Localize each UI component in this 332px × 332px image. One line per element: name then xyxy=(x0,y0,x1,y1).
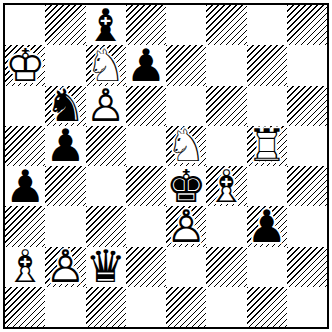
white-bishop-icon: ♝ xyxy=(206,166,246,206)
white-bishop-icon: ♝ xyxy=(5,247,45,287)
white-pawn-outline-icon: ♙ xyxy=(45,247,85,287)
black-pawn-icon: ♟ xyxy=(45,126,85,166)
white-king-icon: ♚ xyxy=(5,45,45,85)
black-pawn-icon: ♟ xyxy=(247,206,287,246)
white-pawn[interactable]: ♟♙ xyxy=(86,86,126,126)
white-king-outline-icon: ♔ xyxy=(5,45,45,85)
square-b5[interactable]: ♟ xyxy=(45,126,85,166)
white-knight-icon: ♞ xyxy=(86,45,126,85)
white-pawn[interactable]: ♟♙ xyxy=(45,247,85,287)
black-bishop[interactable]: ♝ xyxy=(86,5,126,45)
square-e1[interactable] xyxy=(166,287,206,327)
square-b3[interactable] xyxy=(45,206,85,246)
square-c7[interactable]: ♞♘ xyxy=(86,45,126,85)
square-c2[interactable]: ♛ xyxy=(86,247,126,287)
square-f2[interactable] xyxy=(206,247,246,287)
black-bishop-icon: ♝ xyxy=(86,5,126,45)
board-frame: ♝♚♔♞♘♟♞♟♙♟♞♘♜♖♟♚♝♗♟♙♟♝♗♟♙♛ xyxy=(3,3,329,329)
square-e3[interactable]: ♟♙ xyxy=(166,206,206,246)
white-rook-icon: ♜ xyxy=(247,126,287,166)
square-g4[interactable] xyxy=(247,166,287,206)
black-king-icon: ♚ xyxy=(166,166,206,206)
square-e8[interactable] xyxy=(166,5,206,45)
square-a2[interactable]: ♝♗ xyxy=(5,247,45,287)
square-a1[interactable] xyxy=(5,287,45,327)
square-g8[interactable] xyxy=(247,5,287,45)
white-bishop[interactable]: ♝♗ xyxy=(5,247,45,287)
white-bishop[interactable]: ♝♗ xyxy=(206,166,246,206)
white-pawn-icon: ♟ xyxy=(86,86,126,126)
square-c4[interactable] xyxy=(86,166,126,206)
white-pawn-icon: ♟ xyxy=(166,206,206,246)
square-a4[interactable]: ♟ xyxy=(5,166,45,206)
square-a3[interactable] xyxy=(5,206,45,246)
square-c1[interactable] xyxy=(86,287,126,327)
square-b6[interactable]: ♞ xyxy=(45,86,85,126)
white-knight[interactable]: ♞♘ xyxy=(166,126,206,166)
square-h1[interactable] xyxy=(287,287,327,327)
white-pawn-outline-icon: ♙ xyxy=(86,86,126,126)
square-h5[interactable] xyxy=(287,126,327,166)
chess-board: ♝♚♔♞♘♟♞♟♙♟♞♘♜♖♟♚♝♗♟♙♟♝♗♟♙♛ xyxy=(5,5,327,327)
white-rook-outline-icon: ♖ xyxy=(247,126,287,166)
square-a6[interactable] xyxy=(5,86,45,126)
square-a8[interactable] xyxy=(5,5,45,45)
square-g1[interactable] xyxy=(247,287,287,327)
square-g5[interactable]: ♜♖ xyxy=(247,126,287,166)
square-b1[interactable] xyxy=(45,287,85,327)
square-f1[interactable] xyxy=(206,287,246,327)
square-b7[interactable] xyxy=(45,45,85,85)
black-pawn[interactable]: ♟ xyxy=(126,45,166,85)
square-d8[interactable] xyxy=(126,5,166,45)
square-c8[interactable]: ♝ xyxy=(86,5,126,45)
white-pawn[interactable]: ♟♙ xyxy=(166,206,206,246)
square-b4[interactable] xyxy=(45,166,85,206)
square-c6[interactable]: ♟♙ xyxy=(86,86,126,126)
square-g6[interactable] xyxy=(247,86,287,126)
black-pawn-icon: ♟ xyxy=(5,166,45,206)
black-queen-icon: ♛ xyxy=(86,247,126,287)
square-b8[interactable] xyxy=(45,5,85,45)
square-d6[interactable] xyxy=(126,86,166,126)
square-g3[interactable]: ♟ xyxy=(247,206,287,246)
white-pawn-outline-icon: ♙ xyxy=(166,206,206,246)
square-a5[interactable] xyxy=(5,126,45,166)
square-d7[interactable]: ♟ xyxy=(126,45,166,85)
black-pawn[interactable]: ♟ xyxy=(5,166,45,206)
square-g7[interactable] xyxy=(247,45,287,85)
square-d4[interactable] xyxy=(126,166,166,206)
square-e5[interactable]: ♞♘ xyxy=(166,126,206,166)
square-e6[interactable] xyxy=(166,86,206,126)
square-b2[interactable]: ♟♙ xyxy=(45,247,85,287)
black-knight[interactable]: ♞ xyxy=(45,86,85,126)
white-king[interactable]: ♚♔ xyxy=(5,45,45,85)
square-e2[interactable] xyxy=(166,247,206,287)
square-d5[interactable] xyxy=(126,126,166,166)
square-e4[interactable]: ♚ xyxy=(166,166,206,206)
square-f6[interactable] xyxy=(206,86,246,126)
square-a7[interactable]: ♚♔ xyxy=(5,45,45,85)
square-f7[interactable] xyxy=(206,45,246,85)
square-f4[interactable]: ♝♗ xyxy=(206,166,246,206)
square-d3[interactable] xyxy=(126,206,166,246)
white-knight-outline-icon: ♘ xyxy=(86,45,126,85)
square-f8[interactable] xyxy=(206,5,246,45)
white-pawn-icon: ♟ xyxy=(45,247,85,287)
square-f5[interactable] xyxy=(206,126,246,166)
black-pawn[interactable]: ♟ xyxy=(45,126,85,166)
square-h2[interactable] xyxy=(287,247,327,287)
white-knight-icon: ♞ xyxy=(166,126,206,166)
square-h3[interactable] xyxy=(287,206,327,246)
white-rook[interactable]: ♜♖ xyxy=(247,126,287,166)
white-bishop-outline-icon: ♗ xyxy=(5,247,45,287)
black-queen[interactable]: ♛ xyxy=(86,247,126,287)
square-h7[interactable] xyxy=(287,45,327,85)
square-g2[interactable] xyxy=(247,247,287,287)
square-d1[interactable] xyxy=(126,287,166,327)
black-knight-icon: ♞ xyxy=(45,86,85,126)
square-c3[interactable] xyxy=(86,206,126,246)
square-h4[interactable] xyxy=(287,166,327,206)
black-pawn[interactable]: ♟ xyxy=(247,206,287,246)
square-h6[interactable] xyxy=(287,86,327,126)
square-e7[interactable] xyxy=(166,45,206,85)
black-king[interactable]: ♚ xyxy=(166,166,206,206)
white-knight-outline-icon: ♘ xyxy=(166,126,206,166)
square-c5[interactable] xyxy=(86,126,126,166)
white-knight[interactable]: ♞♘ xyxy=(86,45,126,85)
square-h8[interactable] xyxy=(287,5,327,45)
white-bishop-outline-icon: ♗ xyxy=(206,166,246,206)
black-pawn-icon: ♟ xyxy=(126,45,166,85)
square-f3[interactable] xyxy=(206,206,246,246)
square-d2[interactable] xyxy=(126,247,166,287)
